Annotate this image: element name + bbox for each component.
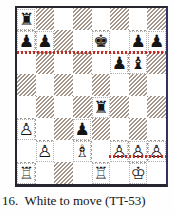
square-f1 (110, 162, 129, 184)
square-d4 (73, 96, 92, 118)
square-a5 (17, 74, 36, 96)
square-e7: ♚ (92, 30, 111, 52)
square-c7 (54, 30, 73, 52)
white-bishop-d2: ♗ (73, 141, 91, 162)
square-g2: ♙ (129, 140, 148, 162)
square-e3 (92, 118, 111, 140)
square-d2: ♗ (73, 140, 92, 162)
square-f2: ♙ (110, 140, 129, 162)
white-pawn-f2: ♙ (110, 141, 128, 162)
black-rook-a8: ♜ (17, 9, 35, 30)
square-g3 (129, 118, 148, 140)
square-a6 (17, 52, 36, 74)
square-h1 (147, 162, 166, 184)
white-pawn-a3: ♙ (17, 119, 35, 140)
square-c5 (54, 74, 73, 96)
square-b1 (36, 162, 55, 184)
square-h6 (147, 52, 166, 74)
black-pawn-f6: ♟ (110, 53, 128, 74)
square-g8 (129, 8, 148, 30)
square-b6 (36, 52, 55, 74)
square-a3: ♙ (17, 118, 36, 140)
chess-board-frame: ♜♟♟♚♟♟♟♝♜♙♟♙♗♙♙♙♖♖♔ (15, 6, 168, 187)
black-pawn-g7: ♟ (129, 31, 147, 52)
square-e8 (92, 8, 111, 30)
square-b2: ♙ (36, 140, 55, 162)
square-h5 (147, 74, 166, 96)
square-h4 (147, 96, 166, 118)
square-f5 (110, 74, 129, 96)
white-pawn-h2: ♙ (148, 141, 166, 162)
square-f7 (110, 30, 129, 52)
square-g6: ♝ (129, 52, 148, 74)
square-e1: ♖ (92, 162, 111, 184)
red-scan-line-rank7 (17, 51, 166, 54)
square-g4 (129, 96, 148, 118)
square-c1 (54, 162, 73, 184)
black-pawn-b7: ♟ (36, 31, 54, 52)
square-a4 (17, 96, 36, 118)
square-h7: ♟ (147, 30, 166, 52)
diagram-caption: 16. White to move (TT-53) (2, 193, 146, 209)
black-king-e7: ♚ (92, 31, 110, 52)
white-king-g1: ♔ (129, 163, 147, 184)
black-pawn-a7: ♟ (17, 31, 35, 52)
square-g5 (129, 74, 148, 96)
square-d8 (73, 8, 92, 30)
square-h3 (147, 118, 166, 140)
square-b3 (36, 118, 55, 140)
square-d3: ♟ (73, 118, 92, 140)
square-a1: ♖ (17, 162, 36, 184)
square-a8: ♜ (17, 8, 36, 30)
square-b8 (36, 8, 55, 30)
black-pawn-h7: ♟ (148, 31, 166, 52)
white-rook-e1: ♖ (92, 163, 110, 184)
square-f8 (110, 8, 129, 30)
square-a2 (17, 140, 36, 162)
white-pawn-b2: ♙ (36, 141, 54, 162)
square-c2 (54, 140, 73, 162)
square-c6 (54, 52, 73, 74)
black-pawn-d3: ♟ (73, 119, 91, 140)
square-h8 (147, 8, 166, 30)
white-rook-a1: ♖ (17, 163, 35, 184)
square-e5 (92, 74, 111, 96)
red-scan-line-f2h2 (109, 155, 166, 158)
square-e4: ♜ (92, 96, 111, 118)
square-b5 (36, 74, 55, 96)
square-g1: ♔ (129, 162, 148, 184)
black-bishop-g6: ♝ (129, 53, 147, 74)
square-f6: ♟ (110, 52, 129, 74)
chess-diagram: ♜♟♟♚♟♟♟♝♜♙♟♙♗♙♙♙♖♖♔ 16. White to move (T… (0, 0, 174, 214)
square-g7: ♟ (129, 30, 148, 52)
black-rook-e4: ♜ (92, 97, 110, 118)
chess-board: ♜♟♟♚♟♟♟♝♜♙♟♙♗♙♙♙♖♖♔ (17, 8, 166, 184)
square-d7 (73, 30, 92, 52)
square-h2: ♙ (147, 140, 166, 162)
square-d5 (73, 74, 92, 96)
square-e6 (92, 52, 111, 74)
square-b4 (36, 96, 55, 118)
square-c8 (54, 8, 73, 30)
square-b7: ♟ (36, 30, 55, 52)
white-pawn-g2: ♙ (129, 141, 147, 162)
square-a7: ♟ (17, 30, 36, 52)
square-f3 (110, 118, 129, 140)
square-c4 (54, 96, 73, 118)
square-f4 (110, 96, 129, 118)
square-d6 (73, 52, 92, 74)
square-c3 (54, 118, 73, 140)
square-d1 (73, 162, 92, 184)
square-e2 (92, 140, 111, 162)
